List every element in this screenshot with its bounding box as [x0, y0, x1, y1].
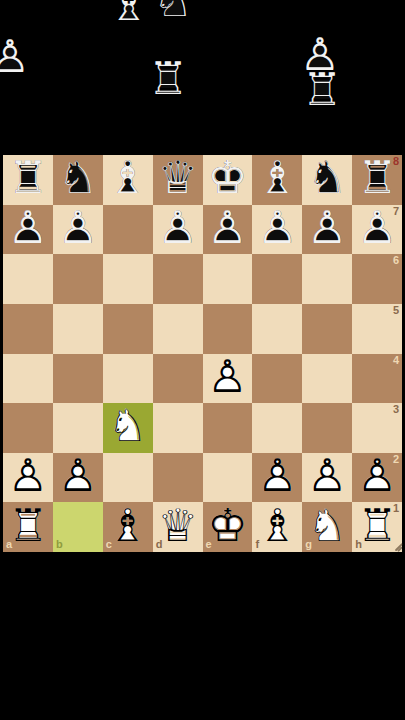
black-knight[interactable]: ♞♘	[53, 155, 103, 205]
square-f1[interactable]: f♝♗	[252, 502, 302, 552]
white-pawn-outline-icon: ♙	[307, 453, 347, 498]
white-bishop-outline-icon: ♗	[257, 503, 297, 548]
square-a8[interactable]: ♜♖	[3, 155, 53, 205]
square-d1[interactable]: d♛♕	[153, 502, 203, 552]
square-h3[interactable]: 3	[352, 403, 402, 453]
floating-black-rook: ♜♖	[300, 69, 344, 114]
chess-board[interactable]: ♜♖♞♘♝♗♛♕♚♔♝♗♞♘8♜♖♟♙♟♙♟♙♟♙♟♙♟♙7♟♙65♟♙4♞♘3…	[3, 155, 402, 552]
square-e1[interactable]: e♚♔	[203, 502, 253, 552]
black-pawn-outline-icon: ♙	[157, 205, 197, 250]
white-queen[interactable]: ♛♕	[153, 502, 203, 552]
square-f6[interactable]	[252, 254, 302, 304]
white-pawn-icon: ♟	[307, 453, 347, 498]
white-king-icon: ♚	[207, 503, 247, 548]
black-king-outline-icon: ♔	[207, 155, 247, 200]
square-f5[interactable]	[252, 304, 302, 354]
square-a5[interactable]	[3, 304, 53, 354]
square-b4[interactable]	[53, 354, 103, 404]
black-king-icon: ♚	[207, 155, 247, 200]
rank-label-3: 3	[393, 404, 399, 415]
square-h7[interactable]: 7♟♙	[352, 205, 402, 255]
square-g1[interactable]: g♞♘	[302, 502, 352, 552]
white-pawn[interactable]: ♟♙	[3, 453, 53, 503]
square-f8[interactable]: ♝♗	[252, 155, 302, 205]
black-pawn-outline-icon: ♙	[357, 205, 397, 250]
square-f3[interactable]	[252, 403, 302, 453]
file-label-b: b	[56, 539, 63, 550]
square-d5[interactable]	[153, 304, 203, 354]
white-bishop-icon: ♝	[257, 503, 297, 548]
square-h5[interactable]: 5	[352, 304, 402, 354]
square-b8[interactable]: ♞♘	[53, 155, 103, 205]
black-pawn-icon: ♟	[207, 205, 247, 250]
square-c4[interactable]	[103, 354, 153, 404]
black-queen[interactable]: ♛♕	[153, 155, 203, 205]
black-knight[interactable]: ♞♘	[302, 155, 352, 205]
floating-black-knight: ♞♘	[151, 0, 195, 25]
black-rook-icon: ♜	[8, 155, 48, 200]
white-queen-outline-icon: ♕	[157, 503, 197, 548]
black-pawn-icon: ♟	[0, 34, 30, 79]
black-knight-icon: ♞	[307, 155, 347, 200]
square-b5[interactable]	[53, 304, 103, 354]
black-pawn-icon: ♟	[357, 205, 397, 250]
white-king-outline-icon: ♔	[207, 503, 247, 548]
black-pawn[interactable]: ♟♙	[203, 205, 253, 255]
black-pawn[interactable]: ♟♙	[3, 205, 53, 255]
square-d8[interactable]: ♛♕	[153, 155, 203, 205]
white-pawn-outline-icon: ♙	[357, 453, 397, 498]
white-knight[interactable]: ♞♘	[103, 403, 153, 453]
square-f2[interactable]: ♟♙	[252, 453, 302, 503]
black-rook-outline-icon: ♖	[357, 155, 397, 200]
square-d3[interactable]	[153, 403, 203, 453]
black-bishop-outline-icon: ♗	[108, 155, 148, 200]
square-d2[interactable]	[153, 453, 203, 503]
black-rook-outline-icon: ♖	[148, 56, 188, 101]
black-pawn[interactable]: ♟♙	[53, 205, 103, 255]
white-rook-outline-icon: ♖	[8, 503, 48, 548]
black-rook-icon: ♜	[357, 155, 397, 200]
square-e3[interactable]	[203, 403, 253, 453]
black-knight-outline-icon: ♘	[153, 0, 193, 23]
black-pawn-outline-icon: ♙	[58, 205, 98, 250]
black-rook-icon: ♜	[148, 56, 188, 101]
black-pawn-icon: ♟	[8, 205, 48, 250]
square-h4[interactable]: 4	[352, 354, 402, 404]
rank-label-6: 6	[393, 255, 399, 266]
black-knight-outline-icon: ♘	[307, 155, 347, 200]
black-pawn-outline-icon: ♙	[0, 34, 30, 79]
black-pawn[interactable]: ♟♙	[352, 205, 402, 255]
square-b6[interactable]	[53, 254, 103, 304]
square-b1[interactable]: b	[53, 502, 103, 552]
square-c1[interactable]: c♝♗	[103, 502, 153, 552]
rank-label-5: 5	[393, 305, 399, 316]
square-c6[interactable]	[103, 254, 153, 304]
square-e2[interactable]	[203, 453, 253, 503]
square-h8[interactable]: 8♜♖	[352, 155, 402, 205]
square-g8[interactable]: ♞♘	[302, 155, 352, 205]
black-bishop-icon: ♝	[108, 155, 148, 200]
black-pawn-icon: ♟	[307, 205, 347, 250]
black-pawn[interactable]: ♟♙	[153, 205, 203, 255]
square-e4[interactable]: ♟♙	[203, 354, 253, 404]
black-pawn-icon: ♟	[257, 205, 297, 250]
white-pawn-outline-icon: ♙	[58, 453, 98, 498]
floating-black-pawn: ♟♙	[0, 36, 32, 81]
square-b2[interactable]: ♟♙	[53, 453, 103, 503]
white-knight-outline-icon: ♘	[108, 403, 148, 448]
black-pawn[interactable]: ♟♙	[302, 205, 352, 255]
square-b3[interactable]	[53, 403, 103, 453]
square-c5[interactable]	[103, 304, 153, 354]
square-a7[interactable]: ♟♙	[3, 205, 53, 255]
white-bishop-icon: ♝	[108, 503, 148, 548]
white-knight[interactable]: ♞♘	[302, 502, 352, 552]
white-knight-icon: ♞	[307, 503, 347, 548]
square-e7[interactable]: ♟♙	[203, 205, 253, 255]
square-f7[interactable]: ♟♙	[252, 205, 302, 255]
square-c3[interactable]: ♞♘	[103, 403, 153, 453]
black-pawn-outline-icon: ♙	[8, 205, 48, 250]
square-c2[interactable]	[103, 453, 153, 503]
black-pawn-outline-icon: ♙	[207, 205, 247, 250]
white-bishop-outline-icon: ♗	[108, 503, 148, 548]
square-d6[interactable]	[153, 254, 203, 304]
black-pawn[interactable]: ♟♙	[252, 205, 302, 255]
white-queen-icon: ♛	[157, 503, 197, 548]
black-pawn-outline-icon: ♙	[257, 205, 297, 250]
square-g3[interactable]	[302, 403, 352, 453]
square-e5[interactable]	[203, 304, 253, 354]
black-bishop-outline-icon: ♗	[257, 155, 297, 200]
square-b7[interactable]: ♟♙	[53, 205, 103, 255]
square-a6[interactable]	[3, 254, 53, 304]
black-bishop-icon: ♝	[257, 155, 297, 200]
black-bishop[interactable]: ♝♗	[103, 155, 153, 205]
white-pawn-outline-icon: ♙	[8, 453, 48, 498]
white-pawn-icon: ♟	[8, 453, 48, 498]
square-f4[interactable]	[252, 354, 302, 404]
white-pawn[interactable]: ♟♙	[203, 354, 253, 404]
white-bishop[interactable]: ♝♗	[252, 502, 302, 552]
rank-label-4: 4	[393, 355, 399, 366]
square-a4[interactable]	[3, 354, 53, 404]
white-rook-icon: ♜	[8, 503, 48, 548]
square-a3[interactable]	[3, 403, 53, 453]
black-bishop-outline-icon: ♗	[109, 0, 149, 27]
white-rook[interactable]: ♜♖	[3, 502, 53, 552]
square-a1[interactable]: a♜♖	[3, 502, 53, 552]
square-g6[interactable]	[302, 254, 352, 304]
black-knight-icon: ♞	[58, 155, 98, 200]
floating-piece-wrapper: ♜♖	[146, 58, 190, 102]
square-h6[interactable]: 6	[352, 254, 402, 304]
black-knight-outline-icon: ♘	[58, 155, 98, 200]
white-pawn[interactable]: ♟♙	[53, 453, 103, 503]
square-g5[interactable]	[302, 304, 352, 354]
white-bishop[interactable]: ♝♗	[103, 502, 153, 552]
black-rook-icon: ♜	[302, 67, 342, 112]
square-h2[interactable]: 2♟♙	[352, 453, 402, 503]
square-g2[interactable]: ♟♙	[302, 453, 352, 503]
square-d7[interactable]: ♟♙	[153, 205, 203, 255]
black-queen-outline-icon: ♕	[157, 155, 197, 200]
black-rook-outline-icon: ♖	[302, 67, 342, 112]
white-pawn-icon: ♟	[58, 453, 98, 498]
white-pawn[interactable]: ♟♙	[302, 453, 352, 503]
white-pawn-outline-icon: ♙	[207, 354, 247, 399]
black-rook[interactable]: ♜♖	[352, 155, 402, 205]
white-pawn-outline-icon: ♙	[257, 453, 297, 498]
black-bishop[interactable]: ♝♗	[252, 155, 302, 205]
square-d4[interactable]	[153, 354, 203, 404]
white-knight-icon: ♞	[108, 403, 148, 448]
black-queen-icon: ♛	[157, 155, 197, 200]
floating-piece-wrapper: ♜♖	[300, 69, 344, 113]
floating-black-rook: ♜♖	[146, 58, 190, 103]
square-g4[interactable]	[302, 354, 352, 404]
black-bishop-icon: ♝	[109, 0, 149, 27]
black-pawn-outline-icon: ♙	[307, 205, 347, 250]
black-pawn-icon: ♟	[157, 205, 197, 250]
white-knight-outline-icon: ♘	[307, 503, 347, 548]
black-knight-icon: ♞	[153, 0, 193, 23]
white-pawn-icon: ♟	[357, 453, 397, 498]
board-resize-handle[interactable]	[389, 539, 401, 551]
black-rook[interactable]: ♜♖	[3, 155, 53, 205]
floating-black-bishop: ♝♗	[107, 0, 151, 29]
square-g7[interactable]: ♟♙	[302, 205, 352, 255]
white-pawn-icon: ♟	[257, 453, 297, 498]
square-e8[interactable]: ♚♔	[203, 155, 253, 205]
white-pawn[interactable]: ♟♙	[252, 453, 302, 503]
floating-piece-wrapper: ♞♘	[151, 0, 195, 24]
square-e6[interactable]	[203, 254, 253, 304]
square-c7[interactable]	[103, 205, 153, 255]
black-pawn-icon: ♟	[58, 205, 98, 250]
floating-piece-wrapper: ♟♙	[0, 36, 32, 80]
black-king[interactable]: ♚♔	[203, 155, 253, 205]
floating-piece-wrapper: ♝♗	[107, 0, 151, 28]
white-king[interactable]: ♚♔	[203, 502, 253, 552]
white-pawn-icon: ♟	[207, 354, 247, 399]
black-rook-outline-icon: ♖	[8, 155, 48, 200]
square-a2[interactable]: ♟♙	[3, 453, 53, 503]
white-pawn[interactable]: ♟♙	[352, 453, 402, 503]
square-c8[interactable]: ♝♗	[103, 155, 153, 205]
